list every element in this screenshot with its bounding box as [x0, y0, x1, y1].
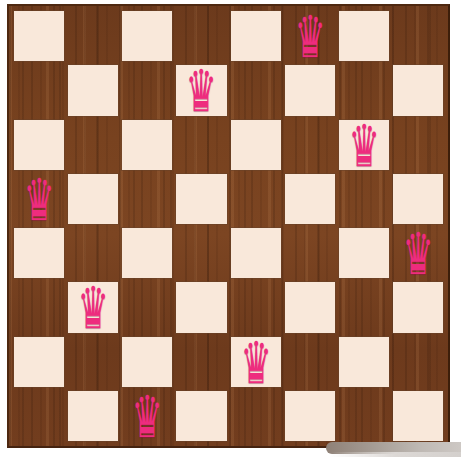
square-g5[interactable]: [337, 172, 391, 226]
square-e5[interactable]: [229, 172, 283, 226]
square-f7[interactable]: [283, 63, 337, 117]
square-e1[interactable]: [229, 389, 283, 443]
queen-piece-c1[interactable]: ♛: [132, 390, 163, 444]
square-c6[interactable]: [120, 118, 174, 172]
square-g1[interactable]: [337, 389, 391, 443]
square-d3[interactable]: [174, 280, 228, 334]
square-e7[interactable]: [229, 63, 283, 117]
square-h6[interactable]: [391, 118, 445, 172]
queen-piece-h4[interactable]: ♛: [402, 227, 433, 281]
square-a8[interactable]: [12, 9, 66, 63]
square-e6[interactable]: [229, 118, 283, 172]
square-b8[interactable]: [66, 9, 120, 63]
square-f5[interactable]: [283, 172, 337, 226]
square-h8[interactable]: [391, 9, 445, 63]
square-f4[interactable]: [283, 226, 337, 280]
square-f1[interactable]: [283, 389, 337, 443]
square-a1[interactable]: [12, 389, 66, 443]
square-f6[interactable]: [283, 118, 337, 172]
square-g4[interactable]: [337, 226, 391, 280]
square-d4[interactable]: [174, 226, 228, 280]
square-e4[interactable]: [229, 226, 283, 280]
square-e2[interactable]: ♛: [229, 335, 283, 389]
queen-piece-e2[interactable]: ♛: [240, 336, 271, 390]
chess-board: ♛♛♛♛♛♛♛♛: [7, 4, 450, 448]
page: ♛♛♛♛♛♛♛♛: [0, 0, 461, 457]
square-c3[interactable]: [120, 280, 174, 334]
square-h7[interactable]: [391, 63, 445, 117]
square-d1[interactable]: [174, 389, 228, 443]
square-h1[interactable]: [391, 389, 445, 443]
square-f3[interactable]: [283, 280, 337, 334]
queen-piece-f8[interactable]: ♛: [294, 10, 325, 64]
square-b6[interactable]: [66, 118, 120, 172]
square-g2[interactable]: [337, 335, 391, 389]
square-g8[interactable]: [337, 9, 391, 63]
square-d7[interactable]: ♛: [174, 63, 228, 117]
square-d6[interactable]: [174, 118, 228, 172]
square-e8[interactable]: [229, 9, 283, 63]
square-a4[interactable]: [12, 226, 66, 280]
square-f2[interactable]: [283, 335, 337, 389]
square-g7[interactable]: [337, 63, 391, 117]
square-d5[interactable]: [174, 172, 228, 226]
square-c5[interactable]: [120, 172, 174, 226]
square-g6[interactable]: ♛: [337, 118, 391, 172]
square-c7[interactable]: [120, 63, 174, 117]
square-h4[interactable]: ♛: [391, 226, 445, 280]
queen-piece-d7[interactable]: ♛: [186, 64, 217, 118]
square-b7[interactable]: [66, 63, 120, 117]
square-h5[interactable]: [391, 172, 445, 226]
square-e3[interactable]: [229, 280, 283, 334]
queen-piece-b3[interactable]: ♛: [78, 281, 109, 335]
square-a2[interactable]: [12, 335, 66, 389]
square-b5[interactable]: [66, 172, 120, 226]
square-d8[interactable]: [174, 9, 228, 63]
square-c4[interactable]: [120, 226, 174, 280]
square-a7[interactable]: [12, 63, 66, 117]
square-c2[interactable]: [120, 335, 174, 389]
square-c8[interactable]: [120, 9, 174, 63]
square-a5[interactable]: ♛: [12, 172, 66, 226]
square-b1[interactable]: [66, 389, 120, 443]
square-d2[interactable]: [174, 335, 228, 389]
square-h3[interactable]: [391, 280, 445, 334]
watermark-blur-shadow: [330, 452, 461, 457]
queen-piece-g6[interactable]: ♛: [348, 119, 379, 173]
square-a3[interactable]: [12, 280, 66, 334]
queen-piece-a5[interactable]: ♛: [23, 173, 54, 227]
square-c1[interactable]: ♛: [120, 389, 174, 443]
square-g3[interactable]: [337, 280, 391, 334]
square-b2[interactable]: [66, 335, 120, 389]
square-b3[interactable]: ♛: [66, 280, 120, 334]
square-b4[interactable]: [66, 226, 120, 280]
square-h2[interactable]: [391, 335, 445, 389]
square-a6[interactable]: [12, 118, 66, 172]
square-f8[interactable]: ♛: [283, 9, 337, 63]
